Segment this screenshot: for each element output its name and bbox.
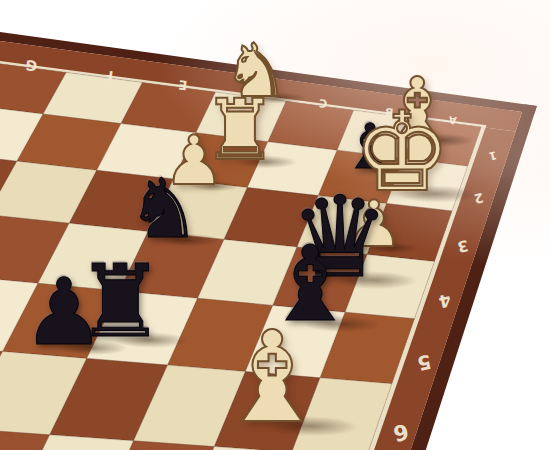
piece-white-bishop[interactable]: ♝ (216, 315, 329, 441)
photo-stage: ABCDEFGH12345678 ♞♝♜♝♟♚♞♟♛♝♜♟♝ (0, 0, 550, 450)
piece-black-pawn[interactable]: ♟ (23, 267, 105, 359)
piece-black-knight[interactable]: ♞ (127, 168, 201, 250)
pieces-layer: ♞♝♜♝♟♚♞♟♛♝♜♟♝ (0, 0, 550, 450)
